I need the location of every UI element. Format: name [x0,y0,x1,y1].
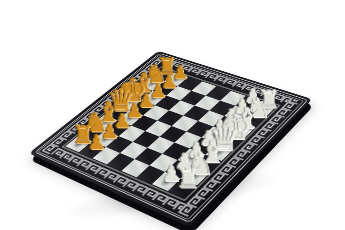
piece-gold-pawn-a7[interactable]: ♟ [74,134,119,151]
piece-silver-rook-a1[interactable]: ♜ [163,167,212,191]
chess-board: ♜♞♝♛♚♝♞♜♟♟♟♟♟♟♟♟♟♟♟♟♟♟♟♟♜♞♝♛♚♝♞♜ [29,51,313,227]
scene: ♜♞♝♛♚♝♞♜♟♟♟♟♟♟♟♟♟♟♟♟♟♟♟♟♜♞♝♛♚♝♞♜ [0,0,345,230]
chess-set-photo: ♜♞♝♛♚♝♞♜♟♟♟♟♟♟♟♟♟♟♟♟♟♟♟♟♜♞♝♛♚♝♞♜ [0,0,345,230]
